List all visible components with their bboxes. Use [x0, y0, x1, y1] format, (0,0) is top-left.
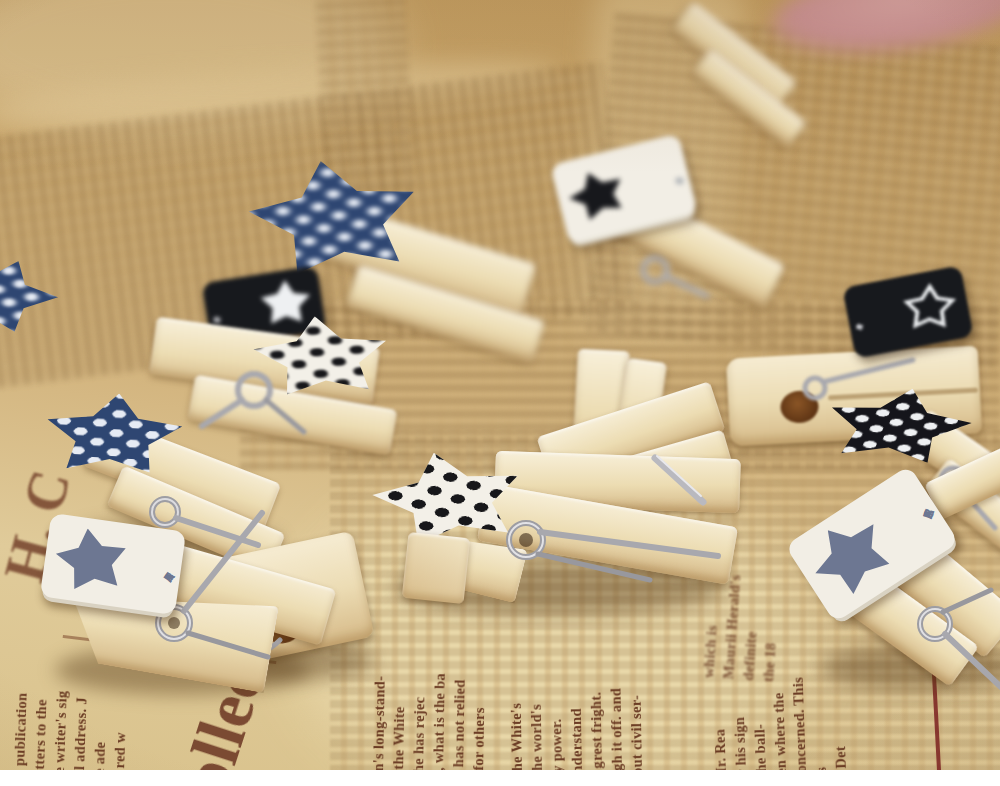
- white-star-on-black-tag-left: [259, 279, 313, 329]
- white-tag-clip-upper-spring: [625, 240, 715, 310]
- white-star-on-black-tag-right: [902, 282, 958, 334]
- tag-clip-br-spring: [903, 582, 1000, 697]
- hero-clip-metal-pin: [645, 452, 715, 512]
- gray-star-on-tag-bl: [51, 526, 133, 597]
- white-bottom-strip: [0, 770, 1000, 786]
- standing-clip-end-block: [402, 532, 471, 604]
- photo-scene: d | publication Letters to the the write…: [0, 0, 1000, 786]
- black-star-on-white-tag-upper: [561, 163, 635, 229]
- white-star-inner-dark: [910, 289, 950, 326]
- blurred-text-column-topcenter: [315, 0, 415, 192]
